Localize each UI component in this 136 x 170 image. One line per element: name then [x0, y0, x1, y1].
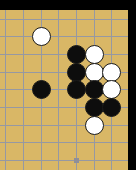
- grid-line-horizontal: [0, 36, 128, 37]
- black-stone: [85, 80, 104, 99]
- top-black-bar: [0, 0, 136, 10]
- white-stone: [102, 63, 121, 82]
- black-stone: [67, 80, 86, 99]
- white-stone: [102, 80, 121, 99]
- white-stone: [85, 63, 104, 82]
- star-point: [74, 158, 79, 163]
- grid-line-horizontal: [0, 19, 128, 20]
- right-black-bar: [128, 0, 136, 170]
- black-stone: [102, 98, 121, 117]
- grid-line-horizontal: [0, 54, 128, 55]
- go-board[interactable]: [0, 10, 128, 170]
- grid-line-horizontal: [0, 125, 128, 126]
- grid-line-horizontal: [0, 142, 128, 143]
- app-window: [0, 0, 136, 170]
- white-stone: [32, 27, 51, 46]
- black-stone: [32, 80, 51, 99]
- white-stone: [85, 45, 104, 64]
- black-stone: [85, 98, 104, 117]
- white-stone: [85, 116, 104, 135]
- grid-line-horizontal: [0, 160, 128, 161]
- black-stone: [67, 45, 86, 64]
- black-stone: [67, 63, 86, 82]
